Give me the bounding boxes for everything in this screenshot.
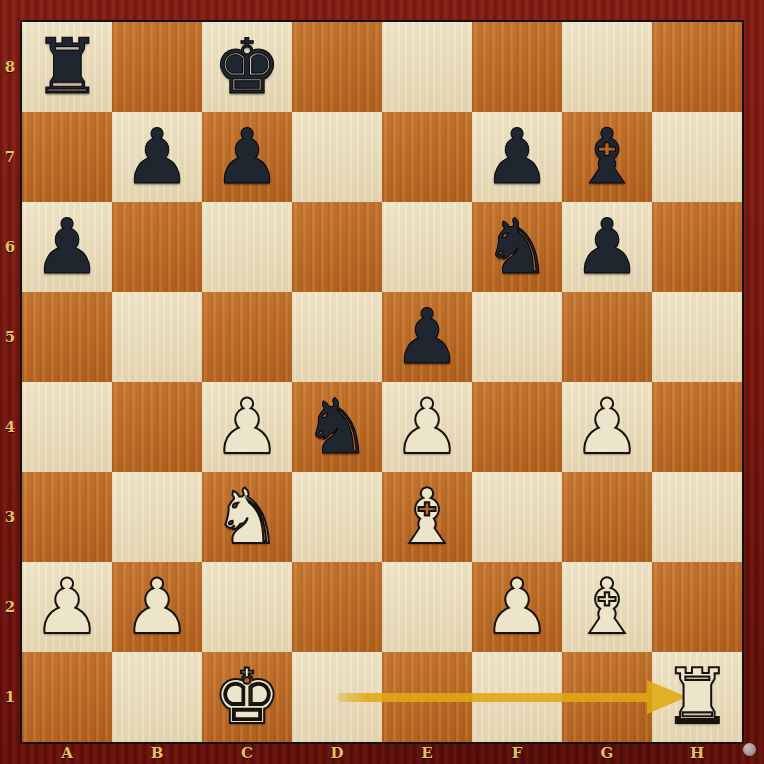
rank-label-3: 3	[0, 472, 20, 562]
square-a6[interactable]: ♟	[22, 202, 112, 292]
white-pawn[interactable]: ♟	[33, 563, 101, 651]
white-pawn[interactable]: ♟	[573, 383, 641, 471]
square-a5[interactable]	[22, 292, 112, 382]
square-a4[interactable]	[22, 382, 112, 472]
white-pawn[interactable]: ♟	[213, 383, 281, 471]
square-b3[interactable]	[112, 472, 202, 562]
square-d6[interactable]	[292, 202, 382, 292]
black-knight[interactable]: ♞	[303, 383, 371, 471]
file-label-G: G	[562, 742, 652, 764]
square-e2[interactable]	[382, 562, 472, 652]
white-pawn[interactable]: ♟	[483, 563, 551, 651]
square-h6[interactable]	[652, 202, 742, 292]
square-c5[interactable]	[202, 292, 292, 382]
black-bishop[interactable]: ♝	[573, 113, 641, 201]
square-a8[interactable]: ♜	[22, 22, 112, 112]
black-pawn[interactable]: ♟	[123, 113, 191, 201]
square-e8[interactable]	[382, 22, 472, 112]
square-h1[interactable]: ♜	[652, 652, 742, 742]
square-e6[interactable]	[382, 202, 472, 292]
square-d2[interactable]	[292, 562, 382, 652]
white-pawn[interactable]: ♟	[123, 563, 191, 651]
square-h5[interactable]	[652, 292, 742, 382]
square-g7[interactable]: ♝	[562, 112, 652, 202]
file-label-C: C	[202, 742, 292, 764]
square-d3[interactable]	[292, 472, 382, 562]
square-b8[interactable]	[112, 22, 202, 112]
square-b4[interactable]	[112, 382, 202, 472]
square-h2[interactable]	[652, 562, 742, 652]
black-knight[interactable]: ♞	[483, 203, 551, 291]
black-king[interactable]: ♚	[213, 23, 281, 111]
white-bishop[interactable]: ♝	[573, 563, 641, 651]
square-a7[interactable]	[22, 112, 112, 202]
square-d4[interactable]: ♞	[292, 382, 382, 472]
chessboard: ♜♚♟♟♟♝♟♞♟♟♟♞♟♟♞♝♟♟♟♝♚♜	[20, 20, 744, 744]
square-c2[interactable]	[202, 562, 292, 652]
black-pawn[interactable]: ♟	[33, 203, 101, 291]
square-g6[interactable]: ♟	[562, 202, 652, 292]
square-g3[interactable]	[562, 472, 652, 562]
square-h3[interactable]	[652, 472, 742, 562]
square-h4[interactable]	[652, 382, 742, 472]
square-e7[interactable]	[382, 112, 472, 202]
square-g2[interactable]: ♝	[562, 562, 652, 652]
square-g4[interactable]: ♟	[562, 382, 652, 472]
square-b6[interactable]	[112, 202, 202, 292]
square-a1[interactable]	[22, 652, 112, 742]
black-rook[interactable]: ♜	[33, 23, 101, 111]
square-b1[interactable]	[112, 652, 202, 742]
rank-label-8: 8	[0, 22, 20, 112]
square-f2[interactable]: ♟	[472, 562, 562, 652]
white-rook[interactable]: ♜	[663, 653, 731, 741]
white-pawn[interactable]: ♟	[393, 383, 461, 471]
square-c3[interactable]: ♞	[202, 472, 292, 562]
square-d8[interactable]	[292, 22, 382, 112]
file-label-D: D	[292, 742, 382, 764]
white-knight[interactable]: ♞	[213, 473, 281, 561]
square-h8[interactable]	[652, 22, 742, 112]
square-a3[interactable]	[22, 472, 112, 562]
square-f6[interactable]: ♞	[472, 202, 562, 292]
file-label-E: E	[382, 742, 472, 764]
square-e4[interactable]: ♟	[382, 382, 472, 472]
rank-label-6: 6	[0, 202, 20, 292]
black-pawn[interactable]: ♟	[483, 113, 551, 201]
white-bishop[interactable]: ♝	[393, 473, 461, 561]
square-d5[interactable]	[292, 292, 382, 382]
rank-label-1: 1	[0, 652, 20, 742]
rank-label-7: 7	[0, 112, 20, 202]
square-b5[interactable]	[112, 292, 202, 382]
square-c7[interactable]: ♟	[202, 112, 292, 202]
square-c8[interactable]: ♚	[202, 22, 292, 112]
move-arrow-shaft	[337, 693, 647, 702]
square-b2[interactable]: ♟	[112, 562, 202, 652]
square-f8[interactable]	[472, 22, 562, 112]
square-h7[interactable]	[652, 112, 742, 202]
file-label-B: B	[112, 742, 202, 764]
square-f4[interactable]	[472, 382, 562, 472]
black-pawn[interactable]: ♟	[393, 293, 461, 381]
square-f3[interactable]	[472, 472, 562, 562]
file-label-H: H	[652, 742, 742, 764]
chessboard-frame: ♜♚♟♟♟♝♟♞♟♟♟♞♟♟♞♝♟♟♟♝♚♜ 87654321ABCDEFGH	[0, 0, 764, 764]
file-label-A: A	[22, 742, 112, 764]
square-g5[interactable]	[562, 292, 652, 382]
square-a2[interactable]: ♟	[22, 562, 112, 652]
square-e3[interactable]: ♝	[382, 472, 472, 562]
rank-label-5: 5	[0, 292, 20, 382]
square-d7[interactable]	[292, 112, 382, 202]
square-e5[interactable]: ♟	[382, 292, 472, 382]
black-pawn[interactable]: ♟	[573, 203, 641, 291]
rank-label-2: 2	[0, 562, 20, 652]
rank-label-4: 4	[0, 382, 20, 472]
black-pawn[interactable]: ♟	[213, 113, 281, 201]
square-f5[interactable]	[472, 292, 562, 382]
square-c6[interactable]	[202, 202, 292, 292]
file-label-F: F	[472, 742, 562, 764]
white-king[interactable]: ♚	[213, 653, 281, 741]
square-g8[interactable]	[562, 22, 652, 112]
square-b7[interactable]: ♟	[112, 112, 202, 202]
corner-dot	[743, 743, 756, 756]
square-f7[interactable]: ♟	[472, 112, 562, 202]
square-c1[interactable]: ♚	[202, 652, 292, 742]
square-c4[interactable]: ♟	[202, 382, 292, 472]
